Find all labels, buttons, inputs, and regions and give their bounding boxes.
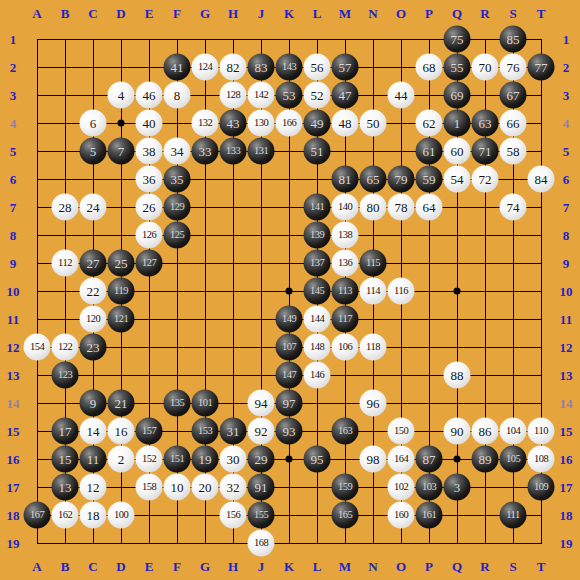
move-number: 147 [282,370,296,381]
star-point [454,456,461,463]
row-label-9: 9 [563,257,570,270]
stone-black-111-S18: 111 [500,502,527,529]
move-number: 31 [227,425,240,438]
move-number: 36 [143,173,156,186]
stone-black-165-M18: 165 [332,502,359,529]
stone-black-25-D9: 25 [108,250,135,277]
stone-black-57-M2: 57 [332,54,359,81]
row-label-4: 4 [563,117,570,130]
stone-white-130-J4: 130 [248,110,275,137]
move-number: 21 [115,397,128,410]
col-label-O: O [396,560,406,573]
move-number: 1 [454,117,461,130]
stone-white-104-S15: 104 [500,418,527,445]
move-number: 47 [339,89,352,102]
stone-black-167-A18: 167 [24,502,51,529]
stone-black-125-F8: 125 [164,222,191,249]
col-label-B: B [61,560,70,573]
stone-white-90-Q15: 90 [444,418,471,445]
col-label-R: R [480,560,489,573]
move-number: 160 [394,510,408,521]
stone-white-28-B7: 28 [52,194,79,221]
stone-black-75-Q1: 75 [444,26,471,53]
move-number: 113 [338,286,352,297]
row-label-1: 1 [563,33,570,46]
row-label-11: 11 [7,313,19,326]
star-point [454,288,461,295]
stone-white-48-M4: 48 [332,110,359,137]
move-number: 149 [282,314,296,325]
move-number: 110 [534,426,548,437]
row-label-17: 17 [560,481,573,494]
stone-black-119-D10: 119 [108,278,135,305]
stone-black-13-B17: 13 [52,474,79,501]
move-number: 20 [199,481,212,494]
stone-white-168-J19: 168 [248,530,275,557]
stone-black-43-H4: 43 [220,110,247,137]
stone-black-47-M3: 47 [332,82,359,109]
col-label-F: F [173,560,181,573]
move-number: 67 [507,89,520,102]
move-number: 112 [58,258,72,269]
move-number: 44 [395,89,408,102]
stone-black-31-H15: 31 [220,418,247,445]
move-number: 80 [367,201,380,214]
stone-black-87-P16: 87 [416,446,443,473]
move-number: 102 [394,482,408,493]
move-number: 55 [451,61,464,74]
stone-white-16-D15: 16 [108,418,135,445]
move-number: 9 [90,397,97,410]
col-label-Q: Q [452,7,462,20]
move-number: 10 [171,481,184,494]
move-number: 164 [394,454,408,465]
row-label-4: 4 [10,117,17,130]
move-number: 75 [451,33,464,46]
stone-black-159-M17: 159 [332,474,359,501]
stone-white-32-H17: 32 [220,474,247,501]
stone-white-116-O10: 116 [388,278,415,305]
col-label-M: M [339,560,351,573]
row-label-19: 19 [560,537,573,550]
stone-black-9-C14: 9 [80,390,107,417]
move-number: 135 [170,398,184,409]
move-number: 70 [479,61,492,74]
row-label-10: 10 [7,285,20,298]
stone-white-102-O17: 102 [388,474,415,501]
stone-black-11-C16: 11 [80,446,107,473]
move-number: 78 [395,201,408,214]
stone-white-70-R2: 70 [472,54,499,81]
move-number: 123 [58,370,72,381]
stone-white-162-B18: 162 [52,502,79,529]
move-number: 152 [142,454,156,465]
stone-black-155-J18: 155 [248,502,275,529]
star-point [118,120,125,127]
move-number: 131 [254,146,268,157]
stone-white-68-P2: 68 [416,54,443,81]
move-number: 76 [507,61,520,74]
move-number: 6 [90,117,97,130]
stone-white-126-E8: 126 [136,222,163,249]
stone-white-8-F3: 8 [164,82,191,109]
stone-white-76-S2: 76 [500,54,527,81]
move-number: 100 [114,510,128,521]
col-label-D: D [116,560,125,573]
row-label-14: 14 [560,397,573,410]
move-number: 18 [87,509,100,522]
stone-white-138-M8: 138 [332,222,359,249]
move-number: 156 [226,510,240,521]
move-number: 168 [254,538,268,549]
stone-black-19-G16: 19 [192,446,219,473]
move-number: 53 [283,89,296,102]
move-number: 116 [394,286,408,297]
col-label-E: E [145,560,154,573]
stone-black-95-L16: 95 [304,446,331,473]
col-label-C: C [88,560,97,573]
move-number: 157 [142,426,156,437]
move-number: 23 [87,341,100,354]
move-number: 90 [451,425,464,438]
col-label-N: N [368,560,377,573]
col-label-A: A [32,560,41,573]
move-number: 15 [59,453,72,466]
move-number: 142 [254,90,268,101]
stone-white-166-K4: 166 [276,110,303,137]
stone-white-34-F5: 34 [164,138,191,165]
move-number: 59 [423,173,436,186]
stone-white-64-P7: 64 [416,194,443,221]
row-label-2: 2 [563,61,570,74]
stone-black-149-K11: 149 [276,306,303,333]
stone-black-163-M15: 163 [332,418,359,445]
goban[interactable]: AABBCCDDEEFFGGHHJJKKLLMMNNOOPPQQRRSSTT11… [0,0,580,580]
col-label-H: H [228,560,238,573]
move-number: 7 [118,145,125,158]
row-label-16: 16 [7,453,20,466]
move-number: 166 [282,118,296,129]
row-label-6: 6 [563,173,570,186]
move-number: 25 [115,257,128,270]
move-number: 49 [311,117,324,130]
stone-white-88-Q13: 88 [444,362,471,389]
row-label-8: 8 [563,229,570,242]
row-label-9: 9 [10,257,17,270]
row-label-12: 12 [560,341,573,354]
stone-white-10-F17: 10 [164,474,191,501]
stone-black-123-B13: 123 [52,362,79,389]
row-label-15: 15 [7,425,20,438]
col-label-G: G [200,560,210,573]
stone-black-65-N6: 65 [360,166,387,193]
move-number: 40 [143,117,156,130]
stone-white-20-G17: 20 [192,474,219,501]
stone-white-38-E5: 38 [136,138,163,165]
stone-white-94-J14: 94 [248,390,275,417]
stone-black-71-R5: 71 [472,138,499,165]
stone-black-23-C12: 23 [80,334,107,361]
star-point [286,456,293,463]
stone-white-50-N4: 50 [360,110,387,137]
move-number: 98 [367,453,380,466]
move-number: 87 [423,453,436,466]
stone-black-105-S16: 105 [500,446,527,473]
move-number: 34 [171,145,184,158]
stone-white-108-T16: 108 [528,446,555,473]
stone-white-106-M12: 106 [332,334,359,361]
stone-black-141-L7: 141 [304,194,331,221]
move-number: 97 [283,397,296,410]
col-label-E: E [145,7,154,20]
move-number: 32 [227,481,240,494]
move-number: 161 [422,510,436,521]
col-label-K: K [284,560,294,573]
row-label-19: 19 [7,537,20,550]
col-label-A: A [32,7,41,20]
stone-black-79-O6: 79 [388,166,415,193]
row-label-5: 5 [10,145,17,158]
stone-white-52-L3: 52 [304,82,331,109]
grid-line-horizontal [37,543,542,544]
col-label-F: F [173,7,181,20]
stone-white-124-G2: 124 [192,54,219,81]
move-number: 35 [171,173,184,186]
move-number: 72 [479,173,492,186]
stone-white-132-G4: 132 [192,110,219,137]
col-label-P: P [425,7,433,20]
move-number: 137 [310,258,324,269]
move-number: 106 [338,342,352,353]
move-number: 16 [115,425,128,438]
col-label-T: T [537,7,546,20]
move-number: 48 [339,117,352,130]
col-label-O: O [396,7,406,20]
move-number: 93 [283,425,296,438]
move-number: 27 [87,257,100,270]
move-number: 77 [535,61,548,74]
move-number: 12 [87,481,100,494]
row-label-16: 16 [560,453,573,466]
move-number: 54 [451,173,464,186]
stone-black-7-D5: 7 [108,138,135,165]
stone-white-6-C4: 6 [80,110,107,137]
stone-white-74-S7: 74 [500,194,527,221]
move-number: 46 [143,89,156,102]
col-label-L: L [313,560,322,573]
stone-black-61-P5: 61 [416,138,443,165]
stone-white-22-C10: 22 [80,278,107,305]
row-label-7: 7 [10,201,17,214]
row-label-5: 5 [563,145,570,158]
stone-black-21-D14: 21 [108,390,135,417]
stone-white-82-H2: 82 [220,54,247,81]
move-number: 96 [367,397,380,410]
stone-black-121-D11: 121 [108,306,135,333]
move-number: 115 [366,258,380,269]
stone-white-12-C17: 12 [80,474,107,501]
move-number: 108 [534,454,548,465]
move-number: 119 [114,286,128,297]
move-number: 130 [254,118,268,129]
stone-white-114-N10: 114 [360,278,387,305]
col-label-H: H [228,7,238,20]
move-number: 155 [254,510,268,521]
stone-black-139-L8: 139 [304,222,331,249]
move-number: 91 [255,481,268,494]
stone-white-72-R6: 72 [472,166,499,193]
move-number: 101 [198,398,212,409]
move-number: 107 [282,342,296,353]
move-number: 132 [198,118,212,129]
move-number: 105 [506,454,520,465]
stone-black-29-J16: 29 [248,446,275,473]
stone-white-44-O3: 44 [388,82,415,109]
move-number: 2 [118,453,125,466]
move-number: 11 [87,453,100,466]
move-number: 85 [507,33,520,46]
move-number: 28 [59,201,72,214]
move-number: 43 [227,117,240,130]
stone-white-118-N12: 118 [360,334,387,361]
col-label-N: N [368,7,377,20]
stone-black-113-M10: 113 [332,278,359,305]
move-number: 120 [86,314,100,325]
move-number: 133 [226,146,240,157]
stone-white-160-O18: 160 [388,502,415,529]
move-number: 162 [58,510,72,521]
stone-white-110-T15: 110 [528,418,555,445]
move-number: 117 [338,314,352,325]
stone-white-148-L12: 148 [304,334,331,361]
stone-white-84-T6: 84 [528,166,555,193]
row-label-6: 6 [10,173,17,186]
stone-white-120-C11: 120 [80,306,107,333]
stone-black-161-P18: 161 [416,502,443,529]
stone-black-33-G5: 33 [192,138,219,165]
stone-black-41-F2: 41 [164,54,191,81]
move-number: 58 [507,145,520,158]
move-number: 125 [170,230,184,241]
col-label-M: M [339,7,351,20]
move-number: 66 [507,117,520,130]
move-number: 26 [143,201,156,214]
move-number: 143 [282,62,296,73]
move-number: 4 [118,89,125,102]
move-number: 8 [174,89,181,102]
move-number: 69 [451,89,464,102]
row-label-3: 3 [10,89,17,102]
move-number: 24 [87,201,100,214]
stone-black-131-J5: 131 [248,138,275,165]
move-number: 14 [87,425,100,438]
col-label-C: C [88,7,97,20]
move-number: 124 [198,62,212,73]
stone-white-154-A12: 154 [24,334,51,361]
move-number: 154 [30,342,44,353]
col-label-Q: Q [452,560,462,573]
stone-white-66-S4: 66 [500,110,527,137]
move-number: 38 [143,145,156,158]
move-number: 81 [339,173,352,186]
move-number: 95 [311,453,324,466]
move-number: 145 [310,286,324,297]
move-number: 153 [198,426,212,437]
move-number: 57 [339,61,352,74]
stone-white-140-M7: 140 [332,194,359,221]
row-label-13: 13 [7,369,20,382]
stone-black-157-E15: 157 [136,418,163,445]
move-number: 22 [87,285,100,298]
move-number: 17 [59,425,72,438]
move-number: 151 [170,454,184,465]
stone-black-83-J2: 83 [248,54,275,81]
stone-black-27-C9: 27 [80,250,107,277]
move-number: 111 [506,510,519,521]
col-label-P: P [425,560,433,573]
move-number: 68 [423,61,436,74]
stone-black-69-Q3: 69 [444,82,471,109]
stone-white-56-L2: 56 [304,54,331,81]
col-label-J: J [258,560,265,573]
row-label-12: 12 [7,341,20,354]
move-number: 83 [255,61,268,74]
stone-black-51-L5: 51 [304,138,331,165]
stone-black-53-K3: 53 [276,82,303,109]
move-number: 65 [367,173,380,186]
stone-black-143-K2: 143 [276,54,303,81]
row-label-13: 13 [560,369,573,382]
stone-white-128-H3: 128 [220,82,247,109]
stone-black-137-L9: 137 [304,250,331,277]
stone-black-135-F14: 135 [164,390,191,417]
col-label-S: S [509,560,516,573]
move-number: 144 [310,314,324,325]
stone-white-18-C18: 18 [80,502,107,529]
stone-white-80-N7: 80 [360,194,387,221]
stone-white-78-O7: 78 [388,194,415,221]
stone-white-36-E6: 36 [136,166,163,193]
stone-white-62-P4: 62 [416,110,443,137]
stone-black-101-G14: 101 [192,390,219,417]
move-number: 163 [338,426,352,437]
move-number: 33 [199,145,212,158]
row-label-18: 18 [7,509,20,522]
stone-white-40-E4: 40 [136,110,163,137]
move-number: 158 [142,482,156,493]
row-label-11: 11 [560,313,572,326]
row-label-2: 2 [10,61,17,74]
col-label-J: J [258,7,265,20]
move-number: 165 [338,510,352,521]
stone-black-115-N9: 115 [360,250,387,277]
move-number: 71 [479,145,492,158]
stone-black-145-L10: 145 [304,278,331,305]
stone-black-77-T2: 77 [528,54,555,81]
col-label-K: K [284,7,294,20]
row-label-17: 17 [7,481,20,494]
stone-white-150-O15: 150 [388,418,415,445]
move-number: 141 [310,202,324,213]
move-number: 167 [30,510,44,521]
stone-white-112-B9: 112 [52,250,79,277]
row-label-3: 3 [563,89,570,102]
move-number: 13 [59,481,72,494]
row-label-14: 14 [7,397,20,410]
stone-white-98-N16: 98 [360,446,387,473]
move-number: 127 [142,258,156,269]
move-number: 150 [394,426,408,437]
